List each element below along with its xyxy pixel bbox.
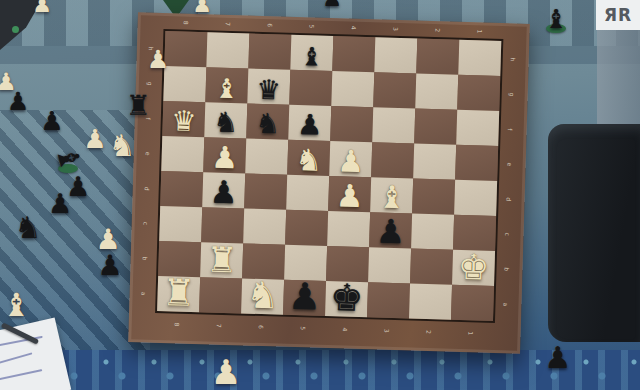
coordinate-label: c xyxy=(504,232,510,235)
square-e4[interactable]: ♟ xyxy=(329,141,372,177)
coordinate-label: 7 xyxy=(216,324,222,328)
square-h1[interactable] xyxy=(458,40,501,76)
square-c7[interactable] xyxy=(201,207,244,243)
square-e3[interactable] xyxy=(371,142,414,178)
coordinate-label: f xyxy=(507,128,513,130)
piece-black-N-f7[interactable]: ♞ xyxy=(213,110,239,137)
coordinate-label: f xyxy=(145,117,151,119)
square-c6[interactable] xyxy=(243,208,286,244)
square-e2[interactable] xyxy=(413,144,456,180)
square-h3[interactable] xyxy=(374,37,417,73)
coordinate-label: 1 xyxy=(467,331,473,335)
coordinate-label: 1 xyxy=(476,29,482,33)
piece-white-P-d4[interactable]: ♟ xyxy=(335,181,364,211)
square-b2[interactable] xyxy=(410,248,453,284)
square-b7[interactable]: ♜ xyxy=(200,242,243,278)
piece-black-Q-g6[interactable]: ♛ xyxy=(256,77,281,103)
coordinate-label: e xyxy=(506,162,512,166)
square-d3[interactable]: ♝ xyxy=(370,177,413,213)
square-a4[interactable]: ♚ xyxy=(325,281,368,317)
square-d4[interactable]: ♟ xyxy=(328,176,371,212)
chair-frame xyxy=(597,26,640,128)
coordinate-label: g xyxy=(147,81,153,85)
coordinate-label: c xyxy=(142,221,148,224)
square-g6[interactable]: ♛ xyxy=(247,69,290,105)
coordinate-label: 5 xyxy=(308,24,314,28)
handwriting-line xyxy=(0,352,32,366)
square-e5[interactable]: ♞ xyxy=(287,140,330,176)
coordinate-label: 2 xyxy=(425,330,431,334)
piece-white-P-e7[interactable]: ♟ xyxy=(211,143,239,172)
square-g1[interactable] xyxy=(457,75,500,111)
square-d5[interactable] xyxy=(286,175,329,211)
piece-black-P-a5[interactable]: ♟ xyxy=(288,279,322,315)
square-g2[interactable] xyxy=(415,74,458,110)
paper-sign: ЯR xyxy=(596,0,640,30)
coordinate-label: 4 xyxy=(342,328,348,332)
square-f3[interactable] xyxy=(372,107,415,143)
coordinate-label: d xyxy=(144,186,150,190)
square-d7[interactable]: ♟ xyxy=(202,172,245,208)
square-e6[interactable] xyxy=(245,139,288,175)
square-a6[interactable]: ♞ xyxy=(241,278,284,314)
square-e7[interactable]: ♟ xyxy=(203,137,246,173)
coordinate-label: 8 xyxy=(174,323,180,327)
piece-white-K-b1[interactable]: ♚ xyxy=(457,251,489,285)
square-h2[interactable] xyxy=(416,39,459,75)
corner-object-dot xyxy=(12,26,19,33)
coordinate-label: a xyxy=(140,291,146,295)
square-e1[interactable] xyxy=(455,145,498,181)
square-a3[interactable] xyxy=(367,282,410,318)
square-d1[interactable] xyxy=(454,180,497,216)
square-h4[interactable] xyxy=(332,36,375,72)
coordinate-label: 8 xyxy=(183,21,189,25)
piece-black-K-a4[interactable]: ♚ xyxy=(329,280,363,316)
piece-black-P-c3[interactable]: ♟ xyxy=(375,215,406,247)
coordinate-label: h xyxy=(510,57,516,61)
piece-white-B-g7[interactable]: ♝ xyxy=(214,76,239,102)
square-g4[interactable] xyxy=(331,71,374,107)
square-h6[interactable] xyxy=(248,34,291,70)
square-b1[interactable]: ♚ xyxy=(452,250,495,286)
square-d8[interactable] xyxy=(160,171,203,207)
square-g7[interactable]: ♝ xyxy=(205,67,248,103)
square-c5[interactable] xyxy=(285,210,328,246)
square-a7[interactable] xyxy=(199,277,242,313)
square-d2[interactable] xyxy=(412,178,455,214)
square-h7[interactable] xyxy=(206,32,249,68)
coordinate-label: h xyxy=(148,46,154,50)
coordinate-label: 3 xyxy=(392,27,398,31)
square-f5[interactable]: ♟ xyxy=(288,105,331,141)
square-f6[interactable]: ♞ xyxy=(246,104,289,140)
coordinate-label: d xyxy=(505,197,511,201)
tournament-scene: ЯR ♝♝♛♛♞♞♟♟♞♟♟♟♝♟♜♚♜♞♟♚ 8877665544332211… xyxy=(0,0,640,390)
carpet-ornate-border xyxy=(0,350,640,390)
square-c3[interactable]: ♟ xyxy=(369,212,412,248)
square-c8[interactable] xyxy=(159,206,202,242)
square-e8[interactable] xyxy=(161,136,204,172)
piece-white-N-e5[interactable]: ♞ xyxy=(295,145,323,174)
chess-board: ♝♝♛♛♞♞♟♟♞♟♟♟♝♟♜♚♜♞♟♚ 8877665544332211hhg… xyxy=(128,12,530,353)
square-f7[interactable]: ♞ xyxy=(204,102,247,138)
square-a2[interactable] xyxy=(409,283,452,319)
square-c1[interactable] xyxy=(453,215,496,251)
piece-white-R-a8[interactable]: ♜ xyxy=(162,275,196,311)
piece-white-R-b7[interactable]: ♜ xyxy=(205,243,237,277)
square-h8[interactable] xyxy=(164,31,207,67)
coordinate-label: b xyxy=(142,256,148,260)
piece-black-P-f5[interactable]: ♟ xyxy=(297,112,323,139)
coordinate-label: 6 xyxy=(258,325,264,329)
piece-black-B-h5[interactable]: ♝ xyxy=(300,45,323,69)
square-a5[interactable]: ♟ xyxy=(283,280,326,316)
coordinate-label: a xyxy=(502,302,508,306)
square-f4[interactable] xyxy=(330,106,373,142)
coordinate-label: 5 xyxy=(300,326,306,330)
coordinate-label: e xyxy=(145,151,151,155)
square-a8[interactable]: ♜ xyxy=(157,276,200,312)
coordinate-label: 2 xyxy=(434,28,440,32)
square-g5[interactable] xyxy=(289,70,332,106)
coordinate-label: 4 xyxy=(350,26,356,30)
square-h5[interactable]: ♝ xyxy=(290,35,333,71)
piece-black-P-d7[interactable]: ♟ xyxy=(209,177,238,207)
piece-white-N-a6[interactable]: ♞ xyxy=(246,277,280,313)
square-a1[interactable] xyxy=(451,285,494,321)
coordinate-label: 6 xyxy=(267,23,273,27)
square-c4[interactable] xyxy=(327,211,370,247)
coordinate-label: 7 xyxy=(225,22,231,26)
square-b3[interactable] xyxy=(368,247,411,283)
square-g3[interactable] xyxy=(373,72,416,108)
square-f1[interactable] xyxy=(456,110,499,146)
board-grid: ♝♝♛♛♞♞♟♟♞♟♟♟♝♟♜♚♜♞♟♚ xyxy=(157,31,501,321)
chair-back xyxy=(548,124,640,342)
square-c2[interactable] xyxy=(411,213,454,249)
carpet-pattern-diagonal xyxy=(0,110,150,350)
coordinate-label: g xyxy=(509,92,515,96)
square-f2[interactable] xyxy=(414,109,457,145)
coordinate-label: 3 xyxy=(384,329,390,333)
square-d6[interactable] xyxy=(244,174,287,210)
square-f8[interactable]: ♛ xyxy=(162,101,205,137)
piece-white-P-e4[interactable]: ♟ xyxy=(337,147,365,176)
piece-white-Q-f8[interactable]: ♛ xyxy=(171,109,197,136)
piece-black-N-f6[interactable]: ♞ xyxy=(255,111,281,138)
handwriting-line xyxy=(0,369,42,381)
piece-white-B-d3[interactable]: ♝ xyxy=(377,182,406,212)
square-g8[interactable] xyxy=(163,66,206,102)
coordinate-label: b xyxy=(503,267,509,271)
captured-piece-white-P-1: ♟ xyxy=(0,71,17,94)
